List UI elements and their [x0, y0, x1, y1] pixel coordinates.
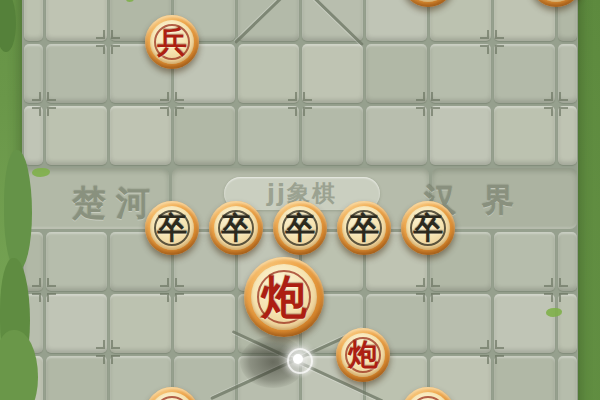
- piece-character: 炮: [336, 328, 390, 382]
- piece-character: 卒: [145, 201, 199, 255]
- marker-corner: [559, 278, 568, 287]
- marker-corner: [160, 278, 169, 287]
- marker-corner: [559, 293, 568, 302]
- board-tile: [174, 294, 235, 353]
- dot-core: [293, 354, 303, 364]
- marker-corner: [495, 45, 504, 54]
- board-tile: [558, 294, 577, 353]
- black-soldier[interactable]: 卒: [145, 201, 199, 255]
- marker-corner: [303, 92, 312, 101]
- marker-corner: [544, 293, 553, 302]
- marker-corner: [480, 340, 489, 349]
- point-marker: [160, 278, 184, 302]
- marker-corner: [495, 355, 504, 364]
- marker-corner: [47, 107, 56, 116]
- marker-corner: [175, 278, 184, 287]
- marker-corner: [32, 92, 41, 101]
- marker-corner: [47, 92, 56, 101]
- piece-character: 炮: [244, 257, 324, 337]
- piece-character: 卒: [209, 201, 263, 255]
- marker-corner: [47, 278, 56, 287]
- point-marker: [288, 92, 312, 116]
- marker-corner: [96, 340, 105, 349]
- marker-corner: [288, 92, 297, 101]
- marker-corner: [96, 45, 105, 54]
- marker-corner: [111, 45, 120, 54]
- felt-edge-blob: [4, 150, 32, 270]
- marker-corner: [175, 92, 184, 101]
- marker-corner: [416, 293, 425, 302]
- marker-corner: [303, 107, 312, 116]
- marker-corner: [416, 92, 425, 101]
- marker-corner: [544, 278, 553, 287]
- marker-corner: [495, 340, 504, 349]
- marker-corner: [559, 92, 568, 101]
- piece-character: 卒: [401, 201, 455, 255]
- marker-corner: [32, 278, 41, 287]
- red-cannon-lifted-mid-move-animation-[interactable]: 炮: [244, 257, 324, 337]
- piece-character: 卒: [337, 201, 391, 255]
- board-tile: [558, 356, 577, 400]
- marker-corner: [160, 92, 169, 101]
- point-marker: [544, 92, 568, 116]
- point-marker: [416, 278, 440, 302]
- black-soldier[interactable]: 卒: [273, 201, 327, 255]
- point-marker: [32, 278, 56, 302]
- marker-corner: [32, 293, 41, 302]
- board-tile: [24, 0, 43, 41]
- marker-corner: [431, 92, 440, 101]
- marker-corner: [111, 30, 120, 39]
- black-soldier[interactable]: 卒: [209, 201, 263, 255]
- marker-corner: [544, 107, 553, 116]
- marker-corner: [32, 107, 41, 116]
- point-marker: [96, 340, 120, 364]
- marker-corner: [416, 107, 425, 116]
- marker-corner: [559, 107, 568, 116]
- black-soldier[interactable]: 卒: [337, 201, 391, 255]
- marker-corner: [111, 355, 120, 364]
- marker-corner: [47, 293, 56, 302]
- piece-character: 卒: [273, 201, 327, 255]
- marker-corner: [480, 355, 489, 364]
- point-marker: [416, 92, 440, 116]
- marker-corner: [111, 340, 120, 349]
- point-marker: [480, 340, 504, 364]
- red-cannon[interactable]: 炮: [336, 328, 390, 382]
- marker-corner: [160, 107, 169, 116]
- marker-corner: [495, 30, 504, 39]
- marker-corner: [480, 30, 489, 39]
- marker-corner: [160, 293, 169, 302]
- marker-corner: [96, 30, 105, 39]
- point-marker: [480, 30, 504, 54]
- point-marker: [160, 92, 184, 116]
- marker-corner: [175, 107, 184, 116]
- xiangqi-board-screen: 楚河 汉界 jj象棋 兵卒卒卒卒卒炮炮: [0, 0, 600, 400]
- marker-corner: [96, 355, 105, 364]
- marker-corner: [288, 107, 297, 116]
- point-marker: [96, 30, 120, 54]
- point-marker: [544, 278, 568, 302]
- marker-corner: [431, 107, 440, 116]
- marker-corner: [544, 92, 553, 101]
- felt-edge-blob: [0, 0, 16, 52]
- point-marker: [32, 92, 56, 116]
- marker-corner: [431, 278, 440, 287]
- board-tile: [366, 0, 427, 41]
- marker-corner: [480, 45, 489, 54]
- marker-corner: [175, 293, 184, 302]
- marker-corner: [431, 293, 440, 302]
- marker-corner: [416, 278, 425, 287]
- red-soldier[interactable]: 兵: [145, 15, 199, 69]
- black-soldier[interactable]: 卒: [401, 201, 455, 255]
- board-tile: [238, 0, 299, 41]
- piece-character: 兵: [145, 15, 199, 69]
